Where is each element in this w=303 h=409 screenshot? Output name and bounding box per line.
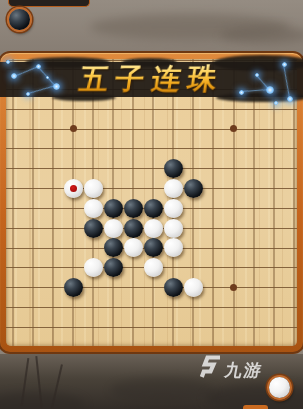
board-intersection[interactable] [123, 159, 143, 179]
board-intersection[interactable] [244, 139, 264, 159]
board-intersection[interactable] [63, 317, 83, 337]
board-intersection[interactable] [63, 258, 83, 278]
last-move-marker [70, 185, 77, 192]
glow-dot [11, 73, 17, 79]
star-point [230, 125, 237, 132]
board-intersection[interactable] [284, 198, 303, 218]
board-intersection[interactable] [3, 278, 23, 298]
top-tray-area [0, 0, 303, 57]
board-intersection[interactable] [203, 278, 223, 298]
glow-dot [26, 92, 30, 96]
board-intersection[interactable] [284, 258, 303, 278]
board-intersection[interactable] [123, 298, 143, 318]
white-stone [164, 199, 183, 218]
board-intersection[interactable] [224, 159, 244, 179]
board-intersection[interactable] [244, 238, 264, 258]
black-stone [144, 199, 163, 218]
black-stone [124, 199, 143, 218]
board-intersection[interactable] [143, 218, 163, 238]
board-intersection[interactable] [203, 139, 223, 159]
board-intersection[interactable] [264, 159, 284, 179]
board-intersection[interactable] [163, 179, 183, 199]
board-intersection[interactable] [63, 238, 83, 258]
board-intersection[interactable] [203, 317, 223, 337]
board-intersection[interactable] [183, 317, 203, 337]
board-intersection[interactable] [103, 258, 123, 278]
board-intersection[interactable] [224, 317, 244, 337]
board-intersection[interactable] [83, 298, 103, 318]
board-intersection[interactable] [163, 198, 183, 218]
board-intersection[interactable] [83, 258, 103, 278]
board-intersection[interactable] [103, 139, 123, 159]
board-intersection[interactable] [43, 278, 63, 298]
board-intersection[interactable] [284, 119, 303, 139]
board-intersection[interactable] [284, 179, 303, 199]
board-intersection[interactable] [183, 238, 203, 258]
board-intersection[interactable] [224, 238, 244, 258]
board-intersection[interactable] [183, 99, 203, 119]
board-intersection[interactable] [23, 99, 43, 119]
board-intersection[interactable] [163, 139, 183, 159]
board-intersection[interactable] [244, 258, 264, 278]
glow-dot [274, 101, 278, 105]
star-point [230, 284, 237, 291]
white-stone [144, 258, 163, 277]
board-intersection[interactable] [183, 278, 203, 298]
board-intersection[interactable] [83, 119, 103, 139]
board-intersection[interactable] [244, 218, 264, 238]
board-intersection[interactable] [203, 298, 223, 318]
board-intersection[interactable] [143, 159, 163, 179]
board-intersection[interactable] [224, 218, 244, 238]
board-intersection[interactable] [163, 317, 183, 337]
board-intersection[interactable] [163, 159, 183, 179]
board-intersection[interactable] [224, 119, 244, 139]
board-intersection[interactable] [123, 119, 143, 139]
board-intersection[interactable] [3, 238, 23, 258]
game-screen: 五子连珠 九游 [0, 0, 303, 409]
bottom-accent [243, 405, 268, 409]
board-intersection[interactable] [244, 119, 264, 139]
board-intersection[interactable] [43, 139, 63, 159]
board-intersection[interactable] [3, 317, 23, 337]
board-intersection[interactable] [3, 159, 23, 179]
white-stone [164, 238, 183, 257]
board-intersection[interactable] [284, 317, 303, 337]
board-intersection[interactable] [123, 99, 143, 119]
glow-dot [36, 64, 41, 69]
glow-dot [282, 62, 287, 67]
board-intersection[interactable] [63, 119, 83, 139]
board-intersection[interactable] [103, 179, 123, 199]
board-intersection[interactable] [203, 218, 223, 238]
black-stone [124, 219, 143, 238]
board-intersection[interactable] [264, 258, 284, 278]
board-intersection[interactable] [284, 159, 303, 179]
board-intersection[interactable] [123, 238, 143, 258]
board-intersection[interactable] [123, 258, 143, 278]
board-intersection[interactable] [264, 218, 284, 238]
board-intersection[interactable] [264, 298, 284, 318]
board-intersection[interactable] [23, 119, 43, 139]
board-intersection[interactable] [83, 139, 103, 159]
board-intersection[interactable] [23, 298, 43, 318]
brand-logo-text: 九游 [223, 359, 265, 382]
board-intersection[interactable] [143, 139, 163, 159]
board-intersection[interactable] [123, 218, 143, 238]
board-intersection[interactable] [163, 99, 183, 119]
board-intersection[interactable] [23, 139, 43, 159]
board-intersection[interactable] [103, 198, 123, 218]
black-stone [164, 278, 183, 297]
glow-dot [287, 96, 293, 102]
board-intersection[interactable] [103, 99, 123, 119]
board-intersection[interactable] [284, 139, 303, 159]
board-intersection[interactable] [43, 238, 63, 258]
board-intersection[interactable] [63, 298, 83, 318]
board-intersection[interactable] [264, 317, 284, 337]
board-grid [3, 60, 303, 357]
board-intersection[interactable] [63, 159, 83, 179]
black-stone [184, 179, 203, 198]
board-intersection[interactable] [163, 258, 183, 278]
board-intersection[interactable] [264, 238, 284, 258]
board-intersection[interactable] [103, 278, 123, 298]
board-intersection[interactable] [183, 179, 203, 199]
board-intersection[interactable] [63, 139, 83, 159]
board-intersection[interactable] [43, 119, 63, 139]
board-intersection[interactable] [183, 198, 203, 218]
board-intersection[interactable] [143, 119, 163, 139]
board-intersection[interactable] [83, 278, 103, 298]
board-intersection[interactable] [143, 99, 163, 119]
white-stone [84, 258, 103, 277]
black-stone [144, 238, 163, 257]
black-stone [64, 278, 83, 297]
board-intersection[interactable] [163, 238, 183, 258]
white-stone [164, 179, 183, 198]
white-stone [64, 179, 83, 198]
board-intersection[interactable] [23, 317, 43, 337]
board-intersection[interactable] [244, 278, 264, 298]
white-stone [84, 199, 103, 218]
brand-logo-glyph-icon [200, 355, 221, 379]
board-intersection[interactable] [83, 179, 103, 199]
glow-dot [53, 83, 60, 90]
game-title: 五子连珠 [0, 63, 303, 96]
board-intersection[interactable] [3, 258, 23, 278]
star-point [70, 125, 77, 132]
board-intersection[interactable] [63, 278, 83, 298]
board-intersection[interactable] [264, 139, 284, 159]
board-intersection[interactable] [203, 159, 223, 179]
board-intersection[interactable] [3, 298, 23, 318]
board-intersection[interactable] [23, 238, 43, 258]
black-stone [164, 159, 183, 178]
black-player-stone-indicator [7, 7, 32, 32]
board-intersection[interactable] [23, 278, 43, 298]
white-stone [144, 219, 163, 238]
board-intersection[interactable] [284, 278, 303, 298]
board-intersection[interactable] [284, 99, 303, 119]
board-intersection[interactable] [83, 159, 103, 179]
board-intersection[interactable] [23, 198, 43, 218]
board-intersection[interactable] [103, 317, 123, 337]
board-intersection[interactable] [163, 278, 183, 298]
board-intersection[interactable] [143, 298, 163, 318]
board-intersection[interactable] [43, 159, 63, 179]
board-intersection[interactable] [284, 218, 303, 238]
board-intersection[interactable] [203, 238, 223, 258]
game-board[interactable] [6, 59, 297, 346]
glow-dot [6, 60, 10, 64]
board-intersection[interactable] [244, 179, 264, 199]
board-intersection[interactable] [3, 139, 23, 159]
board-intersection[interactable] [224, 298, 244, 318]
board-intersection[interactable] [3, 218, 23, 238]
white-stone [124, 238, 143, 257]
board-intersection[interactable] [143, 198, 163, 218]
white-player-stone-indicator [267, 375, 292, 400]
board-intersection[interactable] [264, 278, 284, 298]
board-intersection[interactable] [123, 139, 143, 159]
black-stone-icon [9, 9, 30, 30]
board-intersection[interactable] [203, 119, 223, 139]
brand-logo: 九游 [200, 354, 263, 382]
board-intersection[interactable] [224, 198, 244, 218]
board-intersection[interactable] [244, 198, 264, 218]
board-intersection[interactable] [183, 139, 203, 159]
bottom-bar: 九游 [0, 354, 303, 409]
board-intersection[interactable] [63, 218, 83, 238]
board-intersection[interactable] [23, 218, 43, 238]
board-intersection[interactable] [203, 179, 223, 199]
board-intersection[interactable] [183, 258, 203, 278]
board-intersection[interactable] [244, 99, 264, 119]
board-intersection[interactable] [143, 258, 163, 278]
board-intersection[interactable] [123, 179, 143, 199]
board-intersection[interactable] [63, 99, 83, 119]
board-intersection[interactable] [224, 278, 244, 298]
board-intersection[interactable] [83, 99, 103, 119]
board-intersection[interactable] [264, 179, 284, 199]
board-intersection[interactable] [3, 179, 23, 199]
board-intersection[interactable] [123, 198, 143, 218]
glow-dot [255, 73, 259, 77]
board-intersection[interactable] [43, 99, 63, 119]
board-intersection[interactable] [123, 317, 143, 337]
board-intersection[interactable] [244, 317, 264, 337]
board-intersection[interactable] [163, 218, 183, 238]
board-intersection[interactable] [183, 218, 203, 238]
white-stone [104, 219, 123, 238]
board-intersection[interactable] [143, 179, 163, 199]
board-intersection[interactable] [143, 238, 163, 258]
board-intersection[interactable] [43, 198, 63, 218]
board-intersection[interactable] [63, 179, 83, 199]
black-stone [84, 219, 103, 238]
board-intersection[interactable] [183, 298, 203, 318]
board-intersection[interactable] [103, 159, 123, 179]
white-stone [184, 278, 203, 297]
board-intersection[interactable] [284, 238, 303, 258]
board-intersection[interactable] [143, 278, 163, 298]
board-intersection[interactable] [284, 298, 303, 318]
board-intersection[interactable] [103, 298, 123, 318]
board-intersection[interactable] [43, 179, 63, 199]
top-bar-fragment [8, 0, 90, 7]
board-intersection[interactable] [264, 198, 284, 218]
glow-dot [266, 86, 274, 94]
board-intersection[interactable] [224, 258, 244, 278]
board-intersection[interactable] [203, 99, 223, 119]
board-intersection[interactable] [224, 139, 244, 159]
black-stone [104, 199, 123, 218]
board-intersection[interactable] [143, 317, 163, 337]
board-intersection[interactable] [23, 258, 43, 278]
board-intersection[interactable] [43, 298, 63, 318]
board-intersection[interactable] [3, 119, 23, 139]
board-intersection[interactable] [103, 218, 123, 238]
board-intersection[interactable] [244, 298, 264, 318]
black-stone [104, 238, 123, 257]
board-intersection[interactable] [203, 198, 223, 218]
board-intersection[interactable] [83, 238, 103, 258]
board-intersection[interactable] [3, 99, 23, 119]
board-intersection[interactable] [163, 119, 183, 139]
board-intersection[interactable] [3, 198, 23, 218]
board-intersection[interactable] [23, 159, 43, 179]
board-intersection[interactable] [123, 278, 143, 298]
board-intersection[interactable] [224, 99, 244, 119]
board-intersection[interactable] [63, 198, 83, 218]
black-stone [104, 258, 123, 277]
board-intersection[interactable] [43, 258, 63, 278]
board-intersection[interactable] [83, 317, 103, 337]
board-intersection[interactable] [103, 119, 123, 139]
board-intersection[interactable] [23, 179, 43, 199]
white-stone [84, 179, 103, 198]
white-stone [164, 219, 183, 238]
board-intersection[interactable] [103, 238, 123, 258]
board-intersection[interactable] [224, 179, 244, 199]
ink-wash [220, 26, 303, 44]
board-intersection[interactable] [244, 159, 264, 179]
board-intersection[interactable] [183, 119, 203, 139]
board-intersection[interactable] [43, 317, 63, 337]
board-intersection[interactable] [264, 119, 284, 139]
board-intersection[interactable] [43, 218, 63, 238]
board-intersection[interactable] [163, 298, 183, 318]
board-intersection[interactable] [183, 159, 203, 179]
board-intersection[interactable] [83, 218, 103, 238]
board-intersection[interactable] [203, 258, 223, 278]
board-intersection[interactable] [83, 198, 103, 218]
glow-dot [239, 90, 244, 95]
glow-dot [46, 76, 49, 79]
white-stone-icon [269, 377, 290, 398]
